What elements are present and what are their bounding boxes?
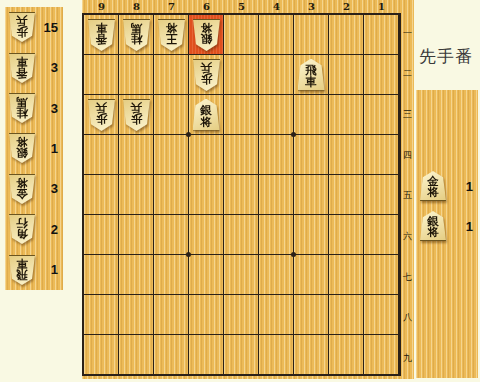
square-2-1[interactable] [329,15,363,54]
star-point [186,132,191,137]
square-2-2[interactable] [329,55,363,94]
square-1-8[interactable] [364,295,398,334]
piece-kanji: 歩兵 [193,59,220,91]
piece-gote-桂馬[interactable]: 桂馬 [9,93,35,123]
square-4-6[interactable] [259,215,293,254]
square-7-2[interactable] [154,55,188,94]
square-4-8[interactable] [259,295,293,334]
square-2-3[interactable] [329,95,363,134]
piece-sente-金将[interactable]: 金将 [420,171,446,201]
file-label-9: 9 [84,0,119,13]
piece-kanji: 桂馬 [123,19,150,51]
hand-count: 1 [35,262,63,277]
turn-indicator: 先手番 [419,45,473,68]
piece-kanji: 飛車 [9,255,35,285]
square-4-4[interactable] [259,135,293,174]
square-6-4[interactable] [189,135,223,174]
square-3-7[interactable] [294,255,328,294]
piece-kanji: 歩兵 [123,99,150,131]
piece-gote-桂馬[interactable]: 桂馬 [123,19,150,51]
star-point [291,132,296,137]
square-3-8[interactable] [294,295,328,334]
square-5-4[interactable] [224,135,258,174]
square-1-1[interactable] [364,15,398,54]
piece-gote-歩兵[interactable]: 歩兵 [193,59,220,91]
piece-gote-歩兵[interactable]: 歩兵 [123,99,150,131]
square-2-5[interactable] [329,175,363,214]
square-5-1[interactable] [224,15,258,54]
file-labels: 987654321 [82,0,414,13]
piece-kanji: 桂馬 [9,93,35,123]
file-label-2: 2 [329,0,364,13]
piece-sente-飛車[interactable]: 飛車 [298,59,325,91]
hand-count: 3 [35,60,63,75]
square-1-5[interactable] [364,175,398,214]
square-2-9[interactable] [329,335,363,374]
square-9-6[interactable] [84,215,118,254]
square-1-6[interactable] [364,215,398,254]
hand-slot-gote-角行: 角行2 [5,209,63,249]
square-8-8[interactable] [119,295,153,334]
square-3-3[interactable] [294,95,328,134]
piece-kanji: 歩兵 [9,12,35,42]
rank-label-2: 二 [401,67,414,80]
square-5-3[interactable] [224,95,258,134]
piece-kanji: 銀将 [193,99,220,131]
hand-slot-gote-歩兵: 歩兵15 [5,7,63,47]
square-5-6[interactable] [224,215,258,254]
piece-kanji: 香車 [88,19,115,51]
square-8-2[interactable] [119,55,153,94]
piece-gote-飛車[interactable]: 飛車 [9,255,35,285]
hand-slot-gote-桂馬: 桂馬3 [5,88,63,128]
square-4-1[interactable] [259,15,293,54]
piece-kanji: 金将 [9,174,35,204]
square-3-5[interactable] [294,175,328,214]
piece-kanji: 歩兵 [88,99,115,131]
piece-sente-銀将[interactable]: 銀将 [420,211,446,241]
square-7-7[interactable] [154,255,188,294]
shogi-diagram: 歩兵15香車3桂馬3銀将1金将3角行2飛車1 987654321 香車桂馬王将銀… [0,0,480,382]
piece-gote-銀将[interactable]: 銀将 [193,19,220,51]
square-2-4[interactable] [329,135,363,174]
piece-kanji: 金将 [420,171,446,201]
square-7-5[interactable] [154,175,188,214]
square-8-3[interactable]: 歩兵 [119,95,153,134]
star-point [291,252,296,257]
square-9-8[interactable] [84,295,118,334]
square-6-2[interactable]: 歩兵 [189,55,223,94]
square-6-3[interactable]: 銀将 [189,95,223,134]
gote-hand-tray: 歩兵15香車3桂馬3銀将1金将3角行2飛車1 [5,7,63,290]
square-5-5[interactable] [224,175,258,214]
piece-kanji: 飛車 [298,59,325,91]
square-7-1[interactable]: 王将 [154,15,188,54]
piece-gote-王将[interactable]: 王将 [158,19,185,51]
hand-slot-gote-金将: 金将3 [5,169,63,209]
square-1-4[interactable] [364,135,398,174]
piece-gote-銀将[interactable]: 銀将 [9,133,35,163]
hand-slot-gote-飛車: 飛車1 [5,250,63,290]
piece-kanji: 角行 [9,214,35,244]
file-label-4: 4 [259,0,294,13]
piece-gote-香車[interactable]: 香車 [88,19,115,51]
square-4-9[interactable] [259,335,293,374]
square-8-6[interactable] [119,215,153,254]
square-6-8[interactable] [189,295,223,334]
piece-sente-銀将[interactable]: 銀将 [193,99,220,131]
rank-label-8: 八 [401,311,414,324]
square-4-3[interactable] [259,95,293,134]
hand-slot-sente-金将: 金将1 [416,166,478,206]
piece-gote-香車[interactable]: 香車 [9,53,35,83]
hand-count: 2 [35,222,63,237]
square-8-7[interactable] [119,255,153,294]
square-5-2[interactable] [224,55,258,94]
piece-gote-歩兵[interactable]: 歩兵 [9,12,35,42]
file-label-5: 5 [224,0,259,13]
file-label-7: 7 [154,0,189,13]
rank-label-5: 五 [401,189,414,202]
rank-label-1: 一 [401,27,414,40]
square-9-3[interactable]: 歩兵 [84,95,118,134]
square-9-1[interactable]: 香車 [84,15,118,54]
rank-label-7: 七 [401,271,414,284]
square-8-9[interactable] [119,335,153,374]
square-9-9[interactable] [84,335,118,374]
square-3-1[interactable] [294,15,328,54]
piece-kanji: 香車 [9,53,35,83]
square-3-4[interactable] [294,135,328,174]
square-7-3[interactable] [154,95,188,134]
square-1-9[interactable] [364,335,398,374]
square-2-6[interactable] [329,215,363,254]
hand-count: 3 [35,181,63,196]
rank-label-6: 六 [401,230,414,243]
square-5-7[interactable] [224,255,258,294]
hand-count: 1 [446,219,478,234]
square-5-9[interactable] [224,335,258,374]
rank-label-9: 九 [401,352,414,365]
square-4-7[interactable] [259,255,293,294]
square-8-4[interactable] [119,135,153,174]
square-7-8[interactable] [154,295,188,334]
square-5-8[interactable] [224,295,258,334]
file-label-8: 8 [119,0,154,13]
rank-labels: 一二三四五六七八九 [401,13,414,379]
square-3-6[interactable] [294,215,328,254]
sente-hand-tray: 金将1銀将1 [416,90,478,378]
square-2-7[interactable] [329,255,363,294]
square-1-2[interactable] [364,55,398,94]
file-label-6: 6 [189,0,224,13]
square-8-5[interactable] [119,175,153,214]
hand-count: 3 [35,101,63,116]
hand-slot-gote-銀将: 銀将1 [5,128,63,168]
piece-kanji: 銀将 [9,133,35,163]
rank-label-3: 三 [401,108,414,121]
square-1-7[interactable] [364,255,398,294]
piece-gote-歩兵[interactable]: 歩兵 [88,99,115,131]
rank-label-4: 四 [401,149,414,162]
square-3-9[interactable] [294,335,328,374]
piece-kanji: 銀将 [193,19,220,51]
square-4-5[interactable] [259,175,293,214]
file-label-1: 1 [364,0,399,13]
square-3-2[interactable]: 飛車 [294,55,328,94]
square-9-5[interactable] [84,175,118,214]
hand-count: 1 [35,141,63,156]
square-9-2[interactable] [84,55,118,94]
board-block: 987654321 香車桂馬王将銀将歩兵飛車歩兵歩兵銀将 一二三四五六七八九 [82,0,414,379]
square-9-7[interactable] [84,255,118,294]
shogi-board: 香車桂馬王将銀将歩兵飛車歩兵歩兵銀将 [82,13,401,376]
square-2-8[interactable] [329,295,363,334]
square-6-9[interactable] [189,335,223,374]
square-6-7[interactable] [189,255,223,294]
hand-count: 1 [446,179,478,194]
piece-kanji: 銀将 [420,211,446,241]
square-8-1[interactable]: 桂馬 [119,15,153,54]
hand-count: 15 [35,20,63,35]
piece-kanji: 王将 [158,19,185,51]
square-9-4[interactable] [84,135,118,174]
hand-slot-sente-銀将: 銀将1 [416,206,478,246]
square-4-2[interactable] [259,55,293,94]
square-6-6[interactable] [189,215,223,254]
square-6-1[interactable]: 銀将 [189,15,223,54]
hand-slot-gote-香車: 香車3 [5,47,63,87]
square-1-3[interactable] [364,95,398,134]
piece-gote-金将[interactable]: 金将 [9,174,35,204]
square-6-5[interactable] [189,175,223,214]
star-point [186,252,191,257]
piece-gote-角行[interactable]: 角行 [9,214,35,244]
square-7-9[interactable] [154,335,188,374]
square-7-4[interactable] [154,135,188,174]
square-7-6[interactable] [154,215,188,254]
file-label-3: 3 [294,0,329,13]
